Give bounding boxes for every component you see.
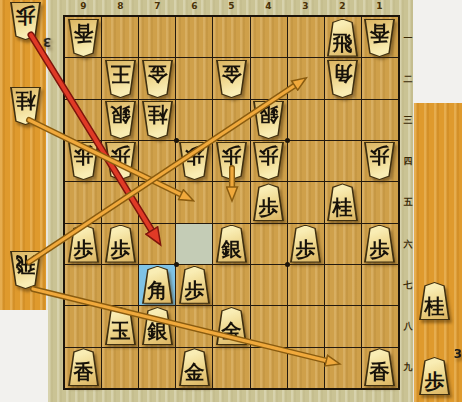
square-23[interactable]	[325, 100, 361, 140]
piece-43-silver[interactable]: 銀	[253, 101, 284, 139]
square-71[interactable]	[139, 17, 175, 57]
file-label-2: 2	[333, 1, 353, 11]
piece-64-pawn[interactable]: 歩	[179, 142, 210, 180]
piece-kanji: 歩	[222, 146, 242, 166]
square-38[interactable]	[288, 306, 324, 346]
piece-kanji: 歩	[185, 146, 205, 166]
square-76[interactable]	[139, 224, 175, 264]
square-93[interactable]	[65, 100, 101, 140]
square-87[interactable]	[102, 265, 138, 305]
square-29[interactable]	[325, 348, 361, 388]
piece-kanji: 角	[148, 280, 168, 300]
piece-84-pawn[interactable]: 歩	[105, 142, 136, 180]
piece-58-gold[interactable]: 金	[216, 307, 247, 345]
square-59[interactable]	[213, 348, 249, 388]
file-label-8: 8	[111, 1, 131, 11]
piece-kanji: 王	[111, 64, 131, 84]
square-81[interactable]	[102, 17, 138, 57]
piece-16-pawn[interactable]: 歩	[364, 225, 395, 263]
square-55[interactable]	[213, 182, 249, 222]
rank-label-9: 九	[402, 361, 414, 374]
file-label-1: 1	[370, 1, 390, 11]
piece-82-king[interactable]: 王	[105, 60, 136, 98]
square-12[interactable]	[362, 58, 398, 98]
piece-kanji: 玉	[111, 321, 131, 341]
square-33[interactable]	[288, 100, 324, 140]
square-97[interactable]	[65, 265, 101, 305]
piece-kanji: 桂	[425, 296, 445, 316]
star-point	[285, 262, 290, 267]
square-28[interactable]	[325, 306, 361, 346]
piece-kanji: 飛	[333, 33, 353, 53]
piece-kanji: 飛	[16, 255, 36, 275]
piece-kanji: 香	[370, 362, 390, 382]
star-point	[174, 262, 179, 267]
square-53[interactable]	[213, 100, 249, 140]
piece-kanji: 金	[185, 362, 205, 382]
piece-kanji: 桂	[148, 105, 168, 125]
piece-kanji: 歩	[74, 146, 94, 166]
piece-kanji: 歩	[370, 239, 390, 259]
piece-kanji: 香	[370, 23, 390, 43]
rank-label-4: 四	[402, 155, 414, 168]
piece-kanji: 香	[74, 362, 94, 382]
piece-kanji: 銀	[148, 321, 168, 341]
square-98[interactable]	[65, 306, 101, 346]
rank-label-5: 五	[402, 196, 414, 209]
piece-kanji: 歩	[74, 239, 94, 259]
gote-hand-pawn[interactable]: 歩3	[10, 2, 41, 40]
square-35[interactable]	[288, 182, 324, 222]
square-92[interactable]	[65, 58, 101, 98]
square-34[interactable]	[288, 141, 324, 181]
square-48[interactable]	[251, 306, 287, 346]
piece-44-pawn[interactable]: 歩	[253, 142, 284, 180]
square-63[interactable]	[176, 100, 212, 140]
square-17[interactable]	[362, 265, 398, 305]
sente-hand-pawn[interactable]: 歩3	[419, 357, 450, 395]
piece-54-pawn[interactable]: 歩	[216, 142, 247, 180]
square-49[interactable]	[251, 348, 287, 388]
rank-label-6: 六	[402, 238, 414, 251]
square-47[interactable]	[251, 265, 287, 305]
piece-91-lance[interactable]: 香	[68, 19, 99, 57]
rank-label-7: 七	[402, 279, 414, 292]
square-57[interactable]	[213, 265, 249, 305]
piece-kanji: 銀	[259, 105, 279, 125]
square-95[interactable]	[65, 182, 101, 222]
piece-22-bishop[interactable]: 角	[327, 60, 358, 98]
piece-78-silver[interactable]: 銀	[142, 307, 173, 345]
piece-kanji: 歩	[259, 146, 279, 166]
piece-kanji: 歩	[185, 280, 205, 300]
piece-67-pawn[interactable]: 歩	[179, 266, 210, 304]
rank-label-2: 二	[402, 73, 414, 86]
piece-25-knight[interactable]: 桂	[327, 183, 358, 221]
piece-45-pawn[interactable]: 歩	[253, 183, 284, 221]
piece-69-gold[interactable]: 金	[179, 348, 210, 386]
square-24[interactable]	[325, 141, 361, 181]
square-18[interactable]	[362, 306, 398, 346]
square-26[interactable]	[325, 224, 361, 264]
square-89[interactable]	[102, 348, 138, 388]
piece-kanji: 桂	[16, 91, 36, 111]
square-79[interactable]	[139, 348, 175, 388]
piece-kanji: 金	[222, 321, 242, 341]
piece-86-pawn[interactable]: 歩	[105, 225, 136, 263]
square-27[interactable]	[325, 265, 361, 305]
piece-77-bishop[interactable]: 角	[142, 266, 173, 304]
square-15[interactable]	[362, 182, 398, 222]
piece-52-gold[interactable]: 金	[216, 60, 247, 98]
file-label-4: 4	[259, 1, 279, 11]
piece-99-lance[interactable]: 香	[68, 348, 99, 386]
square-85[interactable]	[102, 182, 138, 222]
piece-kanji: 銀	[111, 105, 131, 125]
piece-96-pawn[interactable]: 歩	[68, 225, 99, 263]
piece-83-silver[interactable]: 銀	[105, 101, 136, 139]
file-label-3: 3	[296, 1, 316, 11]
piece-36-pawn[interactable]: 歩	[290, 225, 321, 263]
square-31[interactable]	[288, 17, 324, 57]
piece-kanji: 歩	[425, 371, 445, 391]
square-68[interactable]	[176, 306, 212, 346]
shogi-app: 香飛香王金金角銀桂銀歩歩歩歩歩歩歩桂歩歩銀歩歩角歩玉銀金香金香歩3桂飛桂歩3 9…	[0, 0, 462, 402]
file-label-6: 6	[185, 1, 205, 11]
piece-kanji: 歩	[111, 146, 131, 166]
piece-88-king[interactable]: 玉	[105, 307, 136, 345]
piece-kanji: 歩	[259, 197, 279, 217]
square-65[interactable]	[176, 182, 212, 222]
piece-kanji: 歩	[370, 146, 390, 166]
square-13[interactable]	[362, 100, 398, 140]
piece-kanji: 金	[222, 64, 242, 84]
hand-count: 3	[43, 35, 51, 49]
piece-kanji: 歩	[296, 239, 316, 259]
piece-kanji: 歩	[111, 239, 131, 259]
piece-73-knight[interactable]: 桂	[142, 101, 173, 139]
piece-kanji: 歩	[16, 6, 36, 26]
piece-14-pawn[interactable]: 歩	[364, 142, 395, 180]
square-41[interactable]	[251, 17, 287, 57]
piece-21-rook[interactable]: 飛	[327, 19, 358, 57]
rank-label-3: 三	[402, 114, 414, 127]
file-label-5: 5	[222, 1, 242, 11]
piece-94-pawn[interactable]: 歩	[68, 142, 99, 180]
square-66[interactable]	[176, 224, 212, 264]
rank-label-1: 一	[402, 32, 414, 45]
piece-56-silver[interactable]: 銀	[216, 225, 247, 263]
square-62[interactable]	[176, 58, 212, 98]
square-75[interactable]	[139, 182, 175, 222]
square-74[interactable]	[139, 141, 175, 181]
square-32[interactable]	[288, 58, 324, 98]
piece-72-gold[interactable]: 金	[142, 60, 173, 98]
rank-label-8: 八	[402, 320, 414, 333]
piece-11-lance[interactable]: 香	[364, 19, 395, 57]
hand-count: 3	[454, 347, 462, 361]
piece-kanji: 金	[148, 64, 168, 84]
square-37[interactable]	[288, 265, 324, 305]
file-label-9: 9	[74, 1, 94, 11]
star-point	[174, 138, 179, 143]
square-42[interactable]	[251, 58, 287, 98]
piece-kanji: 銀	[222, 239, 242, 259]
star-point	[285, 138, 290, 143]
piece-kanji: 桂	[333, 197, 353, 217]
piece-19-lance[interactable]: 香	[364, 348, 395, 386]
square-61[interactable]	[176, 17, 212, 57]
square-46[interactable]	[251, 224, 287, 264]
piece-kanji: 香	[74, 23, 94, 43]
gote-hand-knight[interactable]: 桂	[10, 87, 41, 125]
piece-kanji: 角	[333, 64, 353, 84]
square-39[interactable]	[288, 348, 324, 388]
square-51[interactable]	[213, 17, 249, 57]
sente-hand-knight[interactable]: 桂	[419, 282, 450, 320]
gote-hand-rook[interactable]: 飛	[10, 251, 41, 289]
file-label-7: 7	[148, 1, 168, 11]
